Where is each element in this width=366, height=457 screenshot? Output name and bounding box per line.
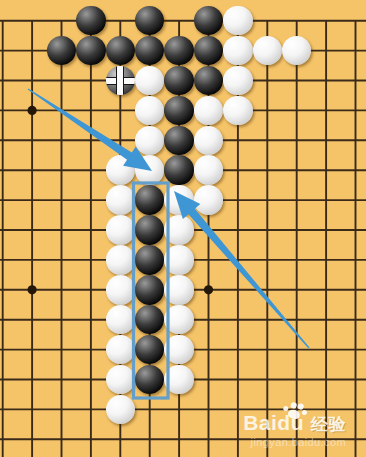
white-stone[interactable] [135, 96, 165, 126]
black-stone[interactable] [47, 36, 77, 66]
watermark-url: jingyan.baidu.com [243, 437, 346, 448]
white-stone[interactable] [135, 155, 165, 185]
go-board-diagram: Bai du 经验 jingyan.baidu.com [0, 0, 366, 457]
black-stone[interactable] [135, 6, 165, 36]
black-stone[interactable] [135, 275, 165, 305]
white-stone[interactable] [253, 36, 283, 66]
black-stone[interactable] [194, 6, 224, 36]
black-stone[interactable] [164, 96, 194, 126]
baidu-logo: Bai du 经验 [243, 412, 346, 433]
black-stone[interactable] [135, 305, 165, 335]
black-stone[interactable] [194, 66, 224, 96]
black-stone[interactable] [135, 215, 165, 245]
black-stone[interactable] [135, 245, 165, 275]
black-stone[interactable] [164, 126, 194, 156]
black-stone[interactable] [164, 36, 194, 66]
black-stone[interactable] [164, 66, 194, 96]
white-stone[interactable] [106, 245, 136, 275]
white-stone[interactable] [194, 126, 224, 156]
white-stone[interactable] [106, 215, 136, 245]
white-stone[interactable] [164, 245, 194, 275]
black-stone[interactable] [106, 36, 136, 66]
black-stone[interactable] [135, 365, 165, 395]
white-stone[interactable] [164, 365, 194, 395]
black-stone[interactable] [76, 6, 106, 36]
white-stone[interactable] [223, 96, 253, 126]
white-stone[interactable] [106, 365, 136, 395]
black-stone[interactable] [194, 36, 224, 66]
white-stone[interactable] [106, 335, 136, 365]
white-stone[interactable] [106, 185, 136, 215]
baidu-watermark: Bai du 经验 jingyan.baidu.com [243, 412, 346, 448]
stones-layer [0, 0, 366, 457]
white-stone[interactable] [164, 305, 194, 335]
black-stone[interactable] [164, 155, 194, 185]
white-stone[interactable] [106, 305, 136, 335]
white-stone[interactable] [164, 215, 194, 245]
cross-marker [116, 66, 124, 96]
black-stone[interactable] [135, 335, 165, 365]
white-stone[interactable] [194, 185, 224, 215]
white-stone[interactable] [223, 66, 253, 96]
white-stone[interactable] [135, 66, 165, 96]
baidu-jingyan-label: 经验 [311, 416, 346, 433]
white-stone[interactable] [223, 36, 253, 66]
marked-white-stone[interactable] [106, 66, 136, 96]
white-stone[interactable] [194, 96, 224, 126]
black-stone[interactable] [135, 36, 165, 66]
white-stone[interactable] [194, 155, 224, 185]
white-stone[interactable] [106, 275, 136, 305]
white-stone[interactable] [282, 36, 312, 66]
black-stone[interactable] [135, 185, 165, 215]
white-stone[interactable] [164, 275, 194, 305]
baidu-logo-bai: Bai [243, 412, 277, 433]
white-stone[interactable] [106, 155, 136, 185]
white-stone[interactable] [164, 185, 194, 215]
white-stone[interactable] [223, 6, 253, 36]
white-stone[interactable] [106, 395, 136, 425]
black-stone[interactable] [76, 36, 106, 66]
white-stone[interactable] [164, 335, 194, 365]
white-stone[interactable] [135, 126, 165, 156]
